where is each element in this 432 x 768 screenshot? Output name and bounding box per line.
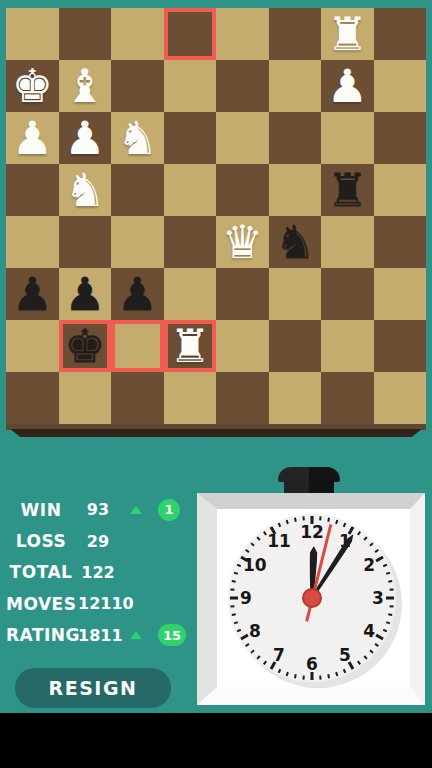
clock-tick — [369, 542, 373, 546]
square-a7[interactable]: ♚ — [6, 60, 59, 112]
clock-tick — [383, 564, 387, 567]
clock-tick — [388, 613, 392, 616]
white-knight: ♞ — [117, 112, 158, 164]
black-rook: ♜ — [327, 164, 368, 216]
white-knight: ♞ — [64, 164, 105, 216]
clock-tick — [256, 536, 260, 540]
white-pawn: ♟ — [12, 112, 53, 164]
clock-tick — [327, 518, 330, 522]
black-king: ♚ — [64, 320, 105, 372]
square-f7[interactable] — [269, 60, 322, 112]
stat-label-moves: MOVES — [6, 594, 76, 614]
clock-tick — [389, 605, 393, 607]
white-king: ♚ — [12, 60, 53, 112]
black-knight: ♞ — [274, 216, 315, 268]
clock-numeral-12: 12 — [300, 522, 324, 542]
square-h1[interactable] — [374, 372, 427, 424]
stat-value-total: 122 — [78, 563, 118, 582]
square-h5[interactable] — [374, 164, 427, 216]
black-pawn: ♟ — [117, 268, 158, 320]
stat-row-win: WIN931 — [6, 494, 192, 525]
square-a6[interactable]: ♟ — [6, 112, 59, 164]
square-h6[interactable] — [374, 112, 427, 164]
square-c4[interactable] — [111, 216, 164, 268]
clock-tick — [386, 572, 390, 575]
square-c5[interactable] — [111, 164, 164, 216]
stat-label-win: WIN — [6, 500, 76, 520]
stat-label-loss: LOSS — [6, 531, 76, 551]
square-e5[interactable] — [216, 164, 269, 216]
square-f8[interactable] — [269, 8, 322, 60]
clock-tick — [245, 643, 249, 647]
white-rook: ♜ — [169, 320, 210, 372]
resign-button[interactable]: RESIGN — [15, 668, 171, 708]
square-d3[interactable] — [164, 268, 217, 320]
stat-value-moves: 12110 — [78, 594, 118, 613]
square-b3[interactable]: ♟ — [59, 268, 112, 320]
clock-tick — [319, 516, 321, 520]
black-pawn: ♟ — [64, 268, 105, 320]
square-e2[interactable] — [216, 320, 269, 372]
square-d6[interactable] — [164, 112, 217, 164]
clock-tick — [234, 572, 238, 575]
white-pawn: ♟ — [64, 112, 105, 164]
stat-label-rating: RATING — [6, 625, 76, 645]
stat-badge-win: 1 — [158, 499, 180, 521]
square-g2[interactable] — [321, 320, 374, 372]
clock-face: 123456789101112 — [228, 514, 396, 682]
square-a5[interactable] — [6, 164, 59, 216]
square-d2[interactable]: ♜ — [164, 320, 217, 372]
clock-numeral-6: 6 — [306, 654, 318, 674]
square-f4[interactable]: ♞ — [269, 216, 322, 268]
clock-tick — [250, 542, 254, 546]
square-h4[interactable] — [374, 216, 427, 268]
clock-tick — [363, 655, 367, 659]
clock-tick — [343, 669, 346, 673]
square-e1[interactable] — [216, 372, 269, 424]
square-e7[interactable] — [216, 60, 269, 112]
clock-tick — [237, 564, 241, 567]
black-pawn: ♟ — [12, 268, 53, 320]
square-b7[interactable]: ♝ — [59, 60, 112, 112]
clock-tick — [286, 520, 289, 524]
bottom-nav-bar — [0, 713, 432, 768]
stat-value-loss: 29 — [78, 532, 118, 551]
square-g6[interactable] — [321, 112, 374, 164]
clock-tick — [389, 588, 393, 590]
clock-tick — [302, 675, 304, 679]
clock-body: 123456789101112 — [197, 493, 425, 705]
square-a2[interactable] — [6, 320, 59, 372]
trend-up-icon — [130, 506, 142, 514]
clock-tick — [375, 549, 379, 553]
square-g1[interactable] — [321, 372, 374, 424]
clock-tick — [302, 516, 304, 520]
clock-tick — [250, 649, 254, 653]
clock-tick — [230, 597, 238, 600]
stat-badge-rating: 15 — [158, 624, 186, 646]
clock-numeral-10: 10 — [243, 555, 267, 575]
white-pawn: ♟ — [327, 60, 368, 112]
clock-tick — [369, 649, 373, 653]
square-c8[interactable] — [111, 8, 164, 60]
square-a8[interactable] — [6, 8, 59, 60]
square-g8[interactable]: ♜ — [321, 8, 374, 60]
clock-tick — [263, 661, 267, 665]
clock-center-cap — [302, 588, 322, 608]
square-f6[interactable] — [269, 112, 322, 164]
clock-tick — [343, 523, 346, 527]
square-c2[interactable] — [111, 320, 164, 372]
clock-tick — [240, 634, 248, 641]
square-f5[interactable] — [269, 164, 322, 216]
clock-numeral-3: 3 — [372, 588, 384, 608]
clock-tick — [294, 674, 297, 678]
clock-tick — [363, 536, 367, 540]
clock-tick — [388, 580, 392, 583]
clock-tick — [294, 518, 297, 522]
square-e3[interactable] — [216, 268, 269, 320]
square-d8[interactable] — [164, 8, 217, 60]
clock-numeral-7: 7 — [273, 645, 285, 665]
clock-numeral-9: 9 — [240, 588, 252, 608]
white-bishop: ♝ — [64, 60, 105, 112]
square-b8[interactable] — [59, 8, 112, 60]
square-g7[interactable]: ♟ — [321, 60, 374, 112]
clock-numeral-8: 8 — [249, 621, 261, 641]
clock-tick — [232, 613, 236, 616]
square-e4[interactable]: ♛ — [216, 216, 269, 268]
square-a4[interactable] — [6, 216, 59, 268]
square-d4[interactable] — [164, 216, 217, 268]
square-h8[interactable] — [374, 8, 427, 60]
clock-tick — [319, 675, 321, 679]
chess-clock: 123456789101112 — [197, 467, 425, 705]
clock-numeral-4: 4 — [363, 621, 375, 641]
square-c3[interactable]: ♟ — [111, 268, 164, 320]
white-queen: ♛ — [222, 216, 263, 268]
clock-tick — [357, 661, 361, 665]
clock-tick — [230, 588, 234, 590]
clock-tick — [245, 549, 249, 553]
stat-label-total: TOTAL — [6, 562, 76, 582]
clock-numeral-2: 2 — [363, 555, 375, 575]
square-g3[interactable] — [321, 268, 374, 320]
square-h7[interactable] — [374, 60, 427, 112]
clock-tick — [232, 580, 236, 583]
clock-numeral-5: 5 — [339, 645, 351, 665]
clock-tick — [335, 520, 338, 524]
square-g4[interactable] — [321, 216, 374, 268]
square-a3[interactable]: ♟ — [6, 268, 59, 320]
square-e8[interactable] — [216, 8, 269, 60]
square-b5[interactable]: ♞ — [59, 164, 112, 216]
stat-value-win: 93 — [78, 500, 118, 519]
square-b2[interactable]: ♚ — [59, 320, 112, 372]
clock-tick — [335, 672, 338, 676]
square-c6[interactable]: ♞ — [111, 112, 164, 164]
trend-up-icon — [130, 631, 142, 639]
square-d5[interactable] — [164, 164, 217, 216]
stat-row-moves: MOVES12110 — [6, 588, 192, 619]
clock-tick — [375, 634, 383, 641]
square-g5[interactable]: ♜ — [321, 164, 374, 216]
clock-tick — [357, 531, 361, 535]
square-e6[interactable] — [216, 112, 269, 164]
clock-tick — [286, 672, 289, 676]
stat-row-rating: RATING181115 — [6, 620, 192, 651]
square-h2[interactable] — [374, 320, 427, 372]
square-d1[interactable] — [164, 372, 217, 424]
square-f3[interactable] — [269, 268, 322, 320]
clock-tick — [375, 556, 383, 563]
clock-tick — [234, 621, 238, 624]
square-c7[interactable] — [111, 60, 164, 112]
clock-tick — [237, 629, 241, 632]
board: ♜♚♝♟♟♟♞♞♜♛♞♟♟♟♚♜ — [6, 8, 426, 424]
clock-tick — [386, 621, 390, 624]
clock-tick — [256, 655, 260, 659]
square-d7[interactable] — [164, 60, 217, 112]
square-a1[interactable] — [6, 372, 59, 424]
stat-value-rating: 1811 — [78, 626, 118, 645]
app-screen: ♜♚♝♟♟♟♞♞♜♛♞♟♟♟♚♜ WIN931LOSS29TOTAL122MOV… — [0, 0, 432, 768]
square-b6[interactable]: ♟ — [59, 112, 112, 164]
clock-tick — [375, 643, 379, 647]
clock-tick — [386, 597, 394, 600]
square-c1[interactable] — [111, 372, 164, 424]
clock-tick — [230, 605, 234, 607]
square-b4[interactable] — [59, 216, 112, 268]
stat-row-total: TOTAL122 — [6, 557, 192, 588]
stat-row-loss: LOSS29 — [6, 525, 192, 556]
clock-tick — [383, 629, 387, 632]
square-f1[interactable] — [269, 372, 322, 424]
clock-tick — [278, 669, 281, 673]
square-h3[interactable] — [374, 268, 427, 320]
board-base-shadow — [10, 429, 422, 437]
clock-tick — [278, 523, 281, 527]
clock-knob-base — [284, 480, 334, 493]
clock-tick — [327, 674, 330, 678]
clock-numeral-11: 11 — [267, 531, 291, 551]
stats-panel: WIN931LOSS29TOTAL122MOVES12110RATING1811… — [6, 494, 192, 651]
square-f2[interactable] — [269, 320, 322, 372]
white-rook: ♜ — [327, 8, 368, 60]
square-b1[interactable] — [59, 372, 112, 424]
